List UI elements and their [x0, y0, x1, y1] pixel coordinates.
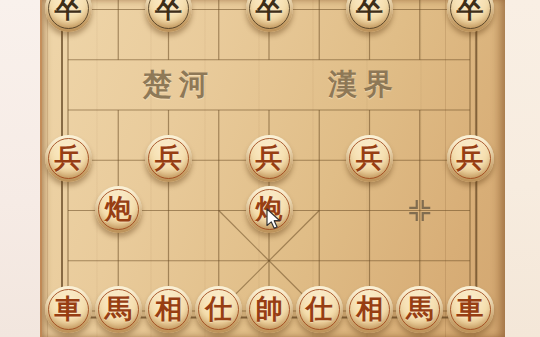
piece-character: 兵 — [457, 144, 484, 171]
piece-character: 兵 — [256, 144, 283, 171]
piece-red-horse[interactable]: 馬 — [396, 286, 443, 333]
piece-character: 相 — [356, 295, 383, 322]
piece-red-cannon[interactable]: 炮 — [95, 186, 142, 233]
piece-character: 馬 — [406, 295, 433, 322]
piece-red-advisor[interactable]: 仕 — [195, 286, 242, 333]
river-label-han-jie: 漢界 — [328, 65, 400, 105]
piece-red-soldier[interactable]: 兵 — [145, 135, 192, 182]
piece-red-advisor[interactable]: 仕 — [296, 286, 343, 333]
piece-character: 仕 — [205, 295, 232, 322]
piece-red-elephant[interactable]: 相 — [145, 286, 192, 333]
piece-red-soldier[interactable]: 兵 — [246, 135, 293, 182]
left-margin — [0, 0, 40, 337]
river-label-chu-he: 楚河 — [143, 65, 215, 105]
piece-character: 炮 — [105, 195, 132, 222]
piece-character: 相 — [155, 295, 182, 322]
piece-character: 兵 — [55, 144, 82, 171]
wood-plank-seam — [445, 0, 446, 337]
piece-red-soldier[interactable]: 兵 — [346, 135, 393, 182]
piece-character: 兵 — [356, 144, 383, 171]
piece-character: 卒 — [155, 0, 182, 21]
piece-character: 馬 — [105, 295, 132, 322]
piece-character: 卒 — [356, 0, 383, 21]
piece-character: 卒 — [457, 0, 484, 21]
piece-character: 卒 — [55, 0, 82, 21]
piece-character: 卒 — [256, 0, 283, 21]
piece-character: 仕 — [306, 295, 333, 322]
piece-red-horse[interactable]: 馬 — [95, 286, 142, 333]
piece-character: 兵 — [155, 144, 182, 171]
piece-red-chariot[interactable]: 車 — [447, 286, 494, 333]
piece-red-soldier[interactable]: 兵 — [45, 135, 92, 182]
xiangqi-board-screen: 楚河 漢界 卒卒卒卒卒兵兵兵兵兵炮炮車馬相仕帥仕相馬車 — [0, 0, 540, 337]
piece-character: 車 — [457, 295, 484, 322]
piece-red-chariot[interactable]: 車 — [45, 286, 92, 333]
piece-red-general[interactable]: 帥 — [246, 286, 293, 333]
piece-red-soldier[interactable]: 兵 — [447, 135, 494, 182]
piece-red-cannon[interactable]: 炮 — [246, 186, 293, 233]
right-margin — [503, 0, 540, 337]
piece-character: 炮 — [256, 195, 283, 222]
piece-red-elephant[interactable]: 相 — [346, 286, 393, 333]
piece-character: 帥 — [256, 295, 283, 322]
piece-character: 車 — [55, 295, 82, 322]
